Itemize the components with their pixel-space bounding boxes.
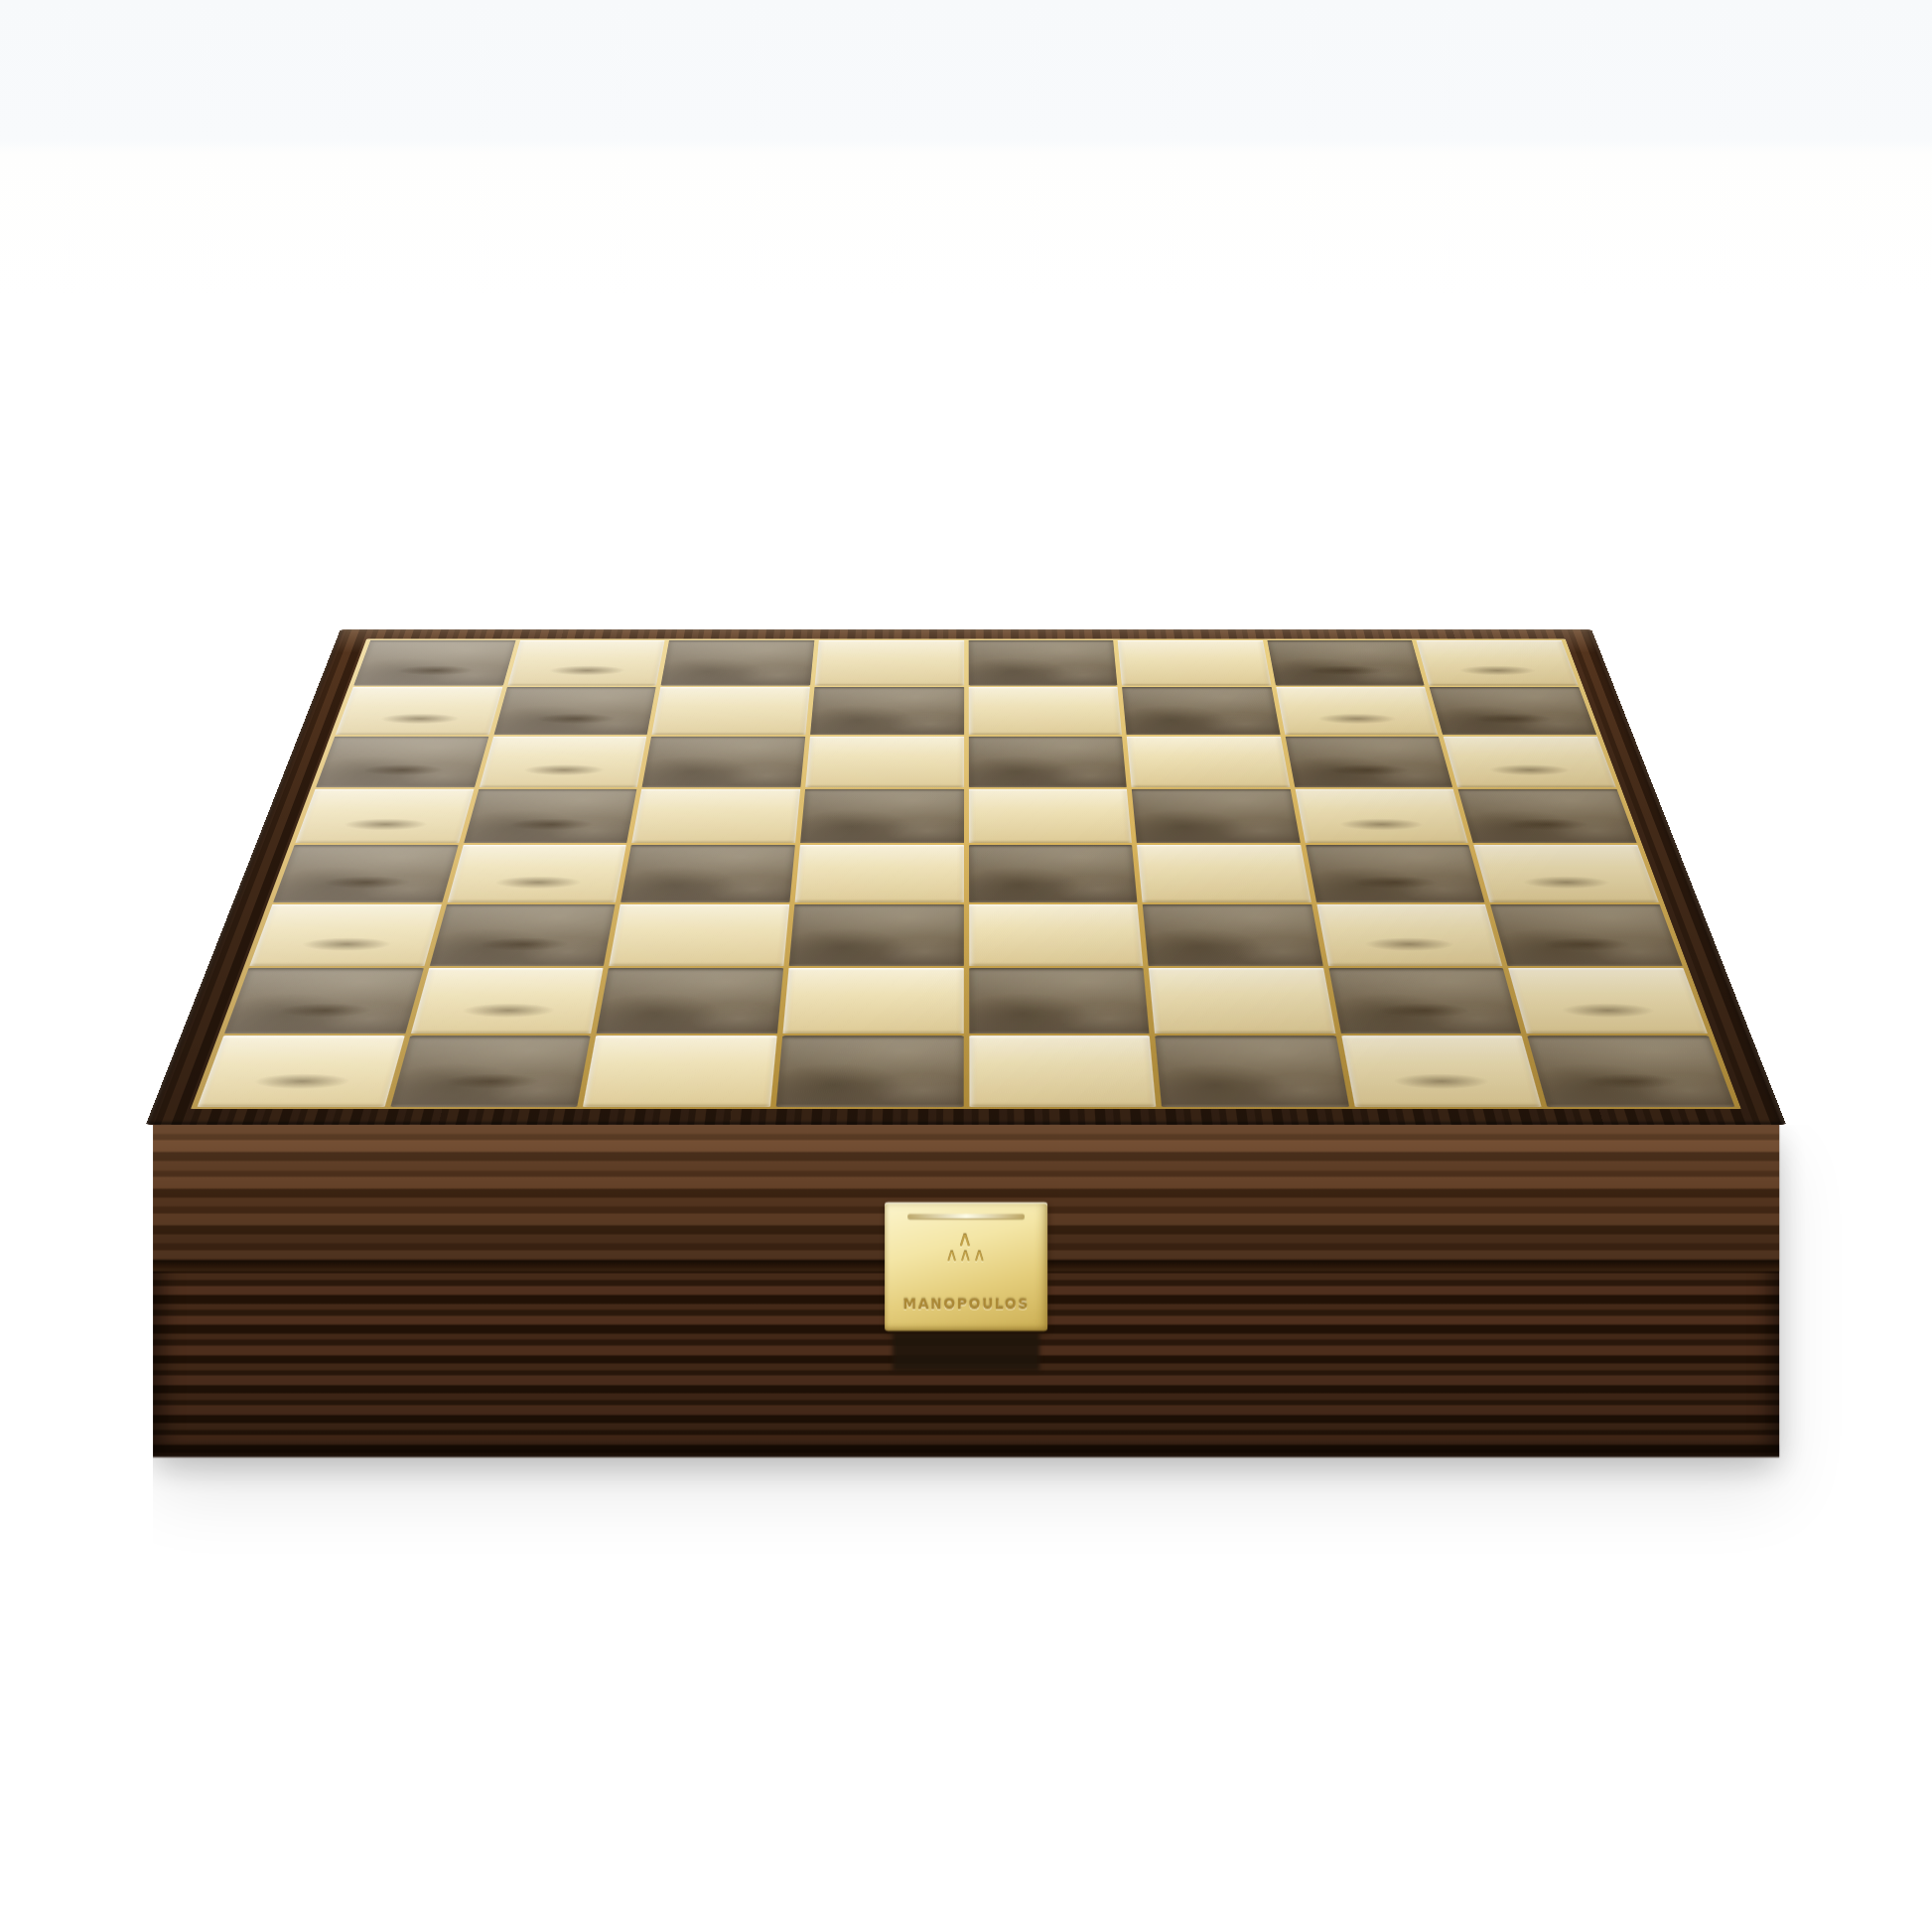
board-square (429, 904, 615, 966)
board-square (968, 687, 1122, 735)
board-square (464, 789, 637, 844)
board-square (776, 1035, 964, 1106)
clasp-brand-text: MANOPOULOS (885, 1297, 1047, 1312)
board-square (1122, 687, 1280, 735)
board-square (1143, 904, 1323, 966)
board-square (1458, 789, 1637, 844)
board-square (968, 737, 1127, 787)
board-square (1267, 640, 1425, 686)
clasp-slot-line (907, 1214, 1025, 1219)
board-square (316, 737, 488, 787)
board-square (969, 968, 1150, 1034)
board-square (493, 687, 656, 735)
board-square (1295, 789, 1468, 844)
board-square (642, 737, 805, 787)
board-square (652, 687, 810, 735)
board-square (1285, 737, 1452, 787)
chessboard: ♜♞♝♛♚♝♞♜♟♟♟♟♟♟♟♟♟♟♟♟♟♟♟♟♜♞♝♛♚♝♞♜ ∧ ∧∧∧ M… (146, 629, 1786, 1124)
board-square (815, 640, 964, 686)
board-square (1132, 789, 1301, 844)
board-square (336, 687, 502, 735)
board-square (782, 968, 963, 1034)
board-square (583, 1035, 776, 1106)
board-square (621, 845, 794, 902)
board-square (1430, 687, 1596, 735)
board-square (1490, 904, 1682, 966)
brass-clasp: ∧ ∧∧∧ MANOPOULOS (885, 1202, 1047, 1330)
board-square (968, 789, 1132, 844)
board-square (805, 737, 964, 787)
board-square (353, 640, 515, 686)
board-square (1417, 640, 1579, 686)
board-square (1306, 845, 1485, 902)
board-square (1118, 640, 1272, 686)
board-square (969, 904, 1144, 966)
product-photo-stage: ♜♞♝♛♚♝♞♜♟♟♟♟♟♟♟♟♟♟♟♟♟♟♟♟♜♞♝♛♚♝♞♜ ∧ ∧∧∧ M… (0, 0, 1932, 1932)
board-square (249, 904, 441, 966)
board-square (224, 968, 424, 1034)
manopoulos-logo-icon: ∧ ∧∧∧ (885, 1230, 1047, 1264)
board-square (1341, 1035, 1542, 1106)
board-square (390, 1035, 591, 1106)
board-square (794, 845, 963, 902)
board-square (969, 845, 1138, 902)
board-square (273, 845, 458, 902)
board-square (198, 1035, 405, 1106)
board-square (410, 968, 603, 1034)
board-square (597, 968, 783, 1034)
board-square (789, 904, 964, 966)
board-square (968, 640, 1117, 686)
board-square (295, 789, 474, 844)
board-square (1474, 845, 1659, 902)
board-square (1328, 968, 1521, 1034)
board-square (1137, 845, 1311, 902)
board-square (800, 789, 964, 844)
board-square (1316, 904, 1502, 966)
board-square (1508, 968, 1708, 1034)
board-square (1127, 737, 1290, 787)
clasp-latch-shadow (893, 1332, 1039, 1371)
board-square (631, 789, 800, 844)
board-square (1149, 968, 1335, 1034)
board-square (810, 687, 964, 735)
board-square (1276, 687, 1439, 735)
board-square (479, 737, 646, 787)
board-square (1444, 737, 1616, 787)
board-grid (191, 639, 1741, 1110)
board-square (1528, 1035, 1735, 1106)
board-square (507, 640, 665, 686)
board-square (447, 845, 626, 902)
board-square (1155, 1035, 1348, 1106)
board-square (609, 904, 789, 966)
chess-set-scene: ♜♞♝♛♚♝♞♜♟♟♟♟♟♟♟♟♟♟♟♟♟♟♟♟♜♞♝♛♚♝♞♜ ∧ ∧∧∧ M… (256, 134, 1676, 1554)
wooden-case-front: ∧ ∧∧∧ MANOPOULOS (153, 1125, 1779, 1457)
board-square (969, 1035, 1157, 1106)
board-square (661, 640, 815, 686)
